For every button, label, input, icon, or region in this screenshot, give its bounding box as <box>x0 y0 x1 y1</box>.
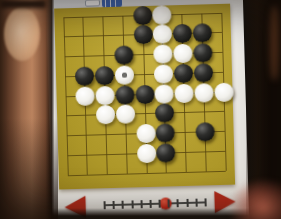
stone-white <box>76 86 96 106</box>
move-slider-track[interactable] <box>105 201 206 206</box>
stone-black <box>156 123 176 143</box>
phone-screen <box>46 0 249 219</box>
stone-white-marked <box>114 65 134 85</box>
stone-black <box>115 85 135 105</box>
stone-white <box>174 83 194 103</box>
stone-black <box>192 23 212 43</box>
stone-white <box>152 5 172 25</box>
finger-left-fingertip <box>4 7 40 61</box>
stone-white <box>136 124 156 144</box>
stone-white <box>153 25 173 45</box>
stone-white <box>155 84 175 104</box>
status-pill-grey <box>85 0 100 7</box>
stone-white <box>95 85 115 105</box>
stone-white <box>116 105 136 125</box>
stone-black <box>95 66 115 86</box>
stone-black <box>114 45 134 65</box>
stone-black <box>155 104 175 124</box>
stone-white <box>214 82 234 102</box>
stone-white <box>153 44 173 64</box>
stone-white <box>154 64 174 84</box>
last-move-marker <box>122 72 127 77</box>
stone-white <box>136 144 156 164</box>
go-board[interactable] <box>54 4 235 190</box>
stone-white <box>96 105 116 125</box>
stone-black <box>173 24 193 44</box>
stone-white <box>173 44 193 64</box>
slider-tick <box>159 200 161 208</box>
slider-tick <box>149 200 151 208</box>
finger-left-shadow <box>0 118 58 219</box>
slider-tick <box>186 199 188 207</box>
stone-black <box>133 5 153 25</box>
slider-tick <box>177 199 179 207</box>
stone-black <box>156 143 176 163</box>
photo-corner-shadow <box>0 0 46 8</box>
stone-black <box>195 122 215 142</box>
stone-black <box>174 63 194 83</box>
stone-black <box>193 43 213 63</box>
slider-tick <box>204 198 206 206</box>
slider-tick <box>195 199 197 207</box>
stone-black <box>133 25 153 45</box>
stone-black <box>135 84 155 104</box>
finger-right-glint <box>270 6 279 80</box>
stone-white <box>194 83 214 103</box>
slider-tick <box>168 199 170 207</box>
photo-background <box>0 0 281 219</box>
stone-black <box>193 63 213 83</box>
stone-black <box>75 66 95 86</box>
